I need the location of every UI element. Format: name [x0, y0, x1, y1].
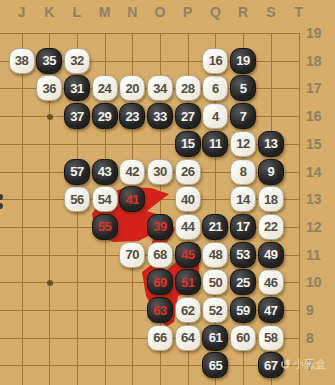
stone-w68[interactable]: 68 — [147, 242, 173, 268]
stone-w58[interactable]: 58 — [258, 325, 284, 351]
stone-w16[interactable]: 16 — [202, 48, 228, 74]
column-label: P — [178, 4, 198, 20]
column-label: R — [233, 4, 253, 20]
grid-vline — [22, 33, 23, 385]
stone-w62[interactable]: 62 — [175, 297, 201, 323]
swirl-icon: ↺ — [280, 357, 291, 372]
stone-b13[interactable]: 13 — [258, 131, 284, 157]
stone-b53[interactable]: 53 — [230, 242, 256, 268]
stone-w48[interactable]: 48 — [202, 242, 228, 268]
stone-b57[interactable]: 57 — [64, 159, 90, 185]
stone-w54[interactable]: 54 — [92, 186, 118, 212]
column-label: O — [150, 4, 170, 20]
stone-w28[interactable]: 28 — [175, 75, 201, 101]
stone-w8[interactable]: 8 — [230, 159, 256, 185]
stone-b23[interactable]: 23 — [119, 103, 145, 129]
stone-w46[interactable]: 46 — [258, 269, 284, 295]
grid-vline — [299, 33, 300, 385]
stone-b27[interactable]: 27 — [175, 103, 201, 129]
stone-w70[interactable]: 70 — [119, 242, 145, 268]
stone-b61[interactable]: 61 — [202, 325, 228, 351]
star-point — [47, 114, 53, 120]
stone-w50[interactable]: 50 — [202, 269, 228, 295]
stone-w20[interactable]: 20 — [119, 75, 145, 101]
stone-b33[interactable]: 33 — [147, 103, 173, 129]
stone-b29[interactable]: 29 — [92, 103, 118, 129]
go-board: JKLMNOPQRST19181716151413121110987 45678… — [0, 0, 335, 385]
stone-b49[interactable]: 49 — [258, 242, 284, 268]
stone-b25[interactable]: 25 — [230, 269, 256, 295]
stone-w32[interactable]: 32 — [64, 48, 90, 74]
stone-b69[interactable]: 69 — [147, 269, 173, 295]
stone-b17[interactable]: 17 — [230, 214, 256, 240]
stone-w30[interactable]: 30 — [147, 159, 173, 185]
column-label: Q — [205, 4, 225, 20]
stone-b55[interactable]: 55 — [92, 214, 118, 240]
column-label: M — [95, 4, 115, 20]
grid-hline — [0, 365, 299, 366]
stone-b37[interactable]: 37 — [64, 103, 90, 129]
row-label: 17 — [306, 80, 332, 96]
stone-b45[interactable]: 45 — [175, 242, 201, 268]
row-label: 10 — [306, 274, 332, 290]
row-label: 19 — [306, 25, 332, 41]
stone-w22[interactable]: 22 — [258, 214, 284, 240]
stone-w52[interactable]: 52 — [202, 297, 228, 323]
stone-b59[interactable]: 59 — [230, 297, 256, 323]
star-point — [47, 280, 53, 286]
stone-b9[interactable]: 9 — [258, 159, 284, 185]
stone-b31[interactable]: 31 — [64, 75, 90, 101]
stone-b7[interactable]: 7 — [230, 103, 256, 129]
stone-w12[interactable]: 12 — [230, 131, 256, 157]
stone-b21[interactable]: 21 — [202, 214, 228, 240]
watermark-text: 小黑盒 — [293, 357, 326, 372]
stone-b19[interactable]: 19 — [230, 48, 256, 74]
stone-w4[interactable]: 4 — [202, 103, 228, 129]
row-label: 8 — [306, 330, 332, 346]
stone-b5[interactable]: 5 — [230, 75, 256, 101]
stone-w64[interactable]: 64 — [175, 325, 201, 351]
stone-w26[interactable]: 26 — [175, 159, 201, 185]
stone-b41[interactable]: 41 — [119, 186, 145, 212]
stone-w24[interactable]: 24 — [92, 75, 118, 101]
stone-w38[interactable]: 38 — [9, 48, 35, 74]
stone-w18[interactable]: 18 — [258, 186, 284, 212]
stone-w36[interactable]: 36 — [36, 75, 62, 101]
stone-w60[interactable]: 60 — [230, 325, 256, 351]
stone-b39[interactable]: 39 — [147, 214, 173, 240]
row-label: 13 — [306, 191, 332, 207]
row-label: 9 — [306, 302, 332, 318]
stone-w6[interactable]: 6 — [202, 75, 228, 101]
column-label: T — [289, 4, 309, 20]
watermark: ↺ 小黑盒 — [280, 357, 326, 372]
stone-b63[interactable]: 63 — [147, 297, 173, 323]
stone-b65[interactable]: 65 — [202, 352, 228, 378]
stone-b47[interactable]: 47 — [258, 297, 284, 323]
stone-b11[interactable]: 11 — [202, 131, 228, 157]
row-label: 15 — [306, 136, 332, 152]
stone-w34[interactable]: 34 — [147, 75, 173, 101]
column-label: S — [261, 4, 281, 20]
stone-w66[interactable]: 66 — [147, 325, 173, 351]
row-label: 14 — [306, 164, 332, 180]
stone-w44[interactable]: 44 — [175, 214, 201, 240]
row-label: 18 — [306, 53, 332, 69]
stone-b15[interactable]: 15 — [175, 131, 201, 157]
stone-w42[interactable]: 42 — [119, 159, 145, 185]
column-label: J — [12, 4, 32, 20]
column-label: L — [67, 4, 87, 20]
grid-hline — [0, 33, 299, 34]
stone-b51[interactable]: 51 — [175, 269, 201, 295]
row-label: 12 — [306, 219, 332, 235]
column-label: N — [122, 4, 142, 20]
stone-b35[interactable]: 35 — [36, 48, 62, 74]
stone-w56[interactable]: 56 — [64, 186, 90, 212]
row-label: 16 — [306, 108, 332, 124]
stone-b43[interactable]: 43 — [92, 159, 118, 185]
clipped-stone-edge — [0, 203, 3, 209]
stone-w14[interactable]: 14 — [230, 186, 256, 212]
row-label: 11 — [306, 247, 332, 263]
stone-w40[interactable]: 40 — [175, 186, 201, 212]
column-label: K — [39, 4, 59, 20]
